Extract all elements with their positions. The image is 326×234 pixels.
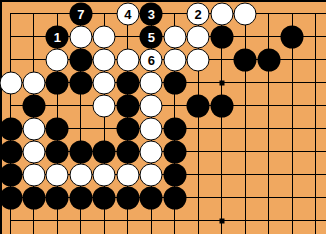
stone-white [140, 163, 163, 186]
stone-black: 7 [69, 2, 92, 25]
stone-white [140, 117, 163, 140]
stone-white [210, 2, 233, 25]
stone-white [163, 48, 186, 71]
board-edge-top [0, 0, 326, 2]
stone-white [187, 48, 210, 71]
stone-black [210, 94, 233, 117]
stone-black: 3 [140, 2, 163, 25]
stone-white [93, 25, 116, 48]
stone-white [22, 71, 45, 94]
stone-black [210, 25, 233, 48]
stone-black [22, 94, 45, 117]
stone-white [93, 71, 116, 94]
stone-black [46, 71, 69, 94]
stone-white: 2 [187, 2, 210, 25]
hoshi-point [219, 80, 224, 85]
stone-white [22, 140, 45, 163]
stone-white [93, 48, 116, 71]
stone-black [46, 117, 69, 140]
stone-black [163, 163, 186, 186]
stone-black [46, 140, 69, 163]
stone-black [69, 71, 92, 94]
stone-black [93, 140, 116, 163]
stone-black [116, 94, 139, 117]
stone-black [163, 117, 186, 140]
stone-black [140, 186, 163, 209]
stone-white [116, 48, 139, 71]
stone-black [234, 48, 257, 71]
stone-black [93, 186, 116, 209]
stone-black [187, 94, 210, 117]
stone-black [116, 71, 139, 94]
stone-white [69, 25, 92, 48]
stone-white [22, 163, 45, 186]
go-board[interactable]: 7432156 [0, 0, 326, 234]
stone-white: 6 [140, 48, 163, 71]
stone-white: 4 [116, 2, 139, 25]
stone-black [116, 140, 139, 163]
stone-black [69, 48, 92, 71]
stone-white [234, 2, 257, 25]
stone-black [163, 186, 186, 209]
move-number-label: 1 [54, 30, 61, 43]
stone-black [0, 163, 22, 186]
hoshi-point [219, 218, 224, 223]
stone-black [257, 48, 280, 71]
grid-line-v [245, 13, 246, 234]
stone-black [69, 140, 92, 163]
move-number-label: 4 [124, 7, 131, 20]
stone-white [69, 163, 92, 186]
stone-white [116, 163, 139, 186]
stone-black [0, 117, 22, 140]
stone-black [0, 186, 22, 209]
stone-white [93, 163, 116, 186]
grid-line-v [315, 13, 316, 234]
stone-black: 1 [46, 25, 69, 48]
stone-black [116, 186, 139, 209]
stone-black: 5 [140, 25, 163, 48]
move-number-label: 5 [148, 30, 155, 43]
stone-white [187, 25, 210, 48]
stone-black [69, 186, 92, 209]
stone-white [140, 94, 163, 117]
move-number-label: 6 [148, 53, 155, 66]
stone-white [93, 94, 116, 117]
stone-white [46, 48, 69, 71]
stone-white [163, 25, 186, 48]
move-number-label: 7 [77, 7, 84, 20]
stone-black [163, 140, 186, 163]
stone-white [140, 140, 163, 163]
stone-white [22, 117, 45, 140]
stone-black [163, 71, 186, 94]
move-number-label: 2 [195, 7, 202, 20]
stone-black [22, 186, 45, 209]
stone-white [0, 71, 22, 94]
stone-black [0, 140, 22, 163]
stone-black [46, 186, 69, 209]
stone-white [140, 71, 163, 94]
move-number-label: 3 [148, 7, 155, 20]
stone-black [116, 117, 139, 140]
grid-line-v [268, 13, 269, 234]
stone-white [46, 163, 69, 186]
stone-black [281, 25, 304, 48]
